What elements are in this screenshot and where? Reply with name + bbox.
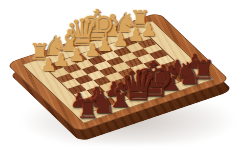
light-pawn-4: ♟ [84, 41, 100, 59]
light-pawn-1: ♟ [41, 56, 57, 74]
light-pawn-7: ♟ [128, 26, 144, 44]
chess-set-photo: ♜♞♝♛♚♝♞♜♟♟♟♟♟♟♟♟♟♟♟♟♟♟♟♟♜♞♝♛♚♝♞♜ [0, 0, 240, 150]
dark-rook-1: ♜ [76, 96, 100, 123]
light-pawn-6: ♟ [112, 31, 128, 49]
light-pawn-3: ♟ [69, 46, 85, 64]
